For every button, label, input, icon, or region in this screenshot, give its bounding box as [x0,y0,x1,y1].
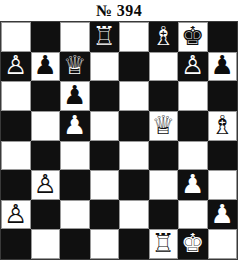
square-g1: ♚ [178,229,208,259]
square-b8 [31,22,61,52]
square-f6 [149,81,179,111]
square-c2 [60,200,90,230]
square-d2 [90,200,120,230]
black-pawn: ♙ [4,52,27,78]
square-e5 [119,111,149,141]
square-d6 [90,81,120,111]
square-f5: ♕ [149,111,179,141]
square-d3 [90,170,120,200]
square-h8 [208,22,238,52]
square-f4 [149,141,179,171]
square-c7: ♕ [60,52,90,82]
square-f1: ♖ [149,229,179,259]
square-e2 [119,200,149,230]
black-queen: ♕ [63,52,86,78]
black-king: ♚ [181,23,204,49]
square-h6 [208,81,238,111]
white-rook: ♖ [152,230,175,256]
chess-board: ♖♗♚♙♟♕♙♟♟♟♕♗♙♟♙♟♖♚ [0,21,238,260]
square-f3 [149,170,179,200]
square-c1 [60,229,90,259]
square-a7: ♙ [1,52,31,82]
square-a3 [1,170,31,200]
white-pawn: ♙ [34,171,57,197]
square-c4 [60,141,90,171]
square-g5 [178,111,208,141]
square-h2: ♟ [208,200,238,230]
square-h7: ♟ [208,52,238,82]
square-c8 [60,22,90,52]
black-pawn: ♟ [34,52,57,78]
square-e4 [119,141,149,171]
square-c5: ♟ [60,111,90,141]
square-c6: ♟ [60,81,90,111]
square-g6 [178,81,208,111]
square-d4 [90,141,120,171]
square-f2 [149,200,179,230]
chess-diagram-page: № 394 ♖♗♚♙♟♕♙♟♟♟♕♗♙♟♙♟♖♚ [0,0,238,261]
square-a6 [1,81,31,111]
square-g4 [178,141,208,171]
black-bishop: ♗ [152,23,175,49]
square-e1 [119,229,149,259]
square-d1 [90,229,120,259]
square-a2: ♙ [1,200,31,230]
white-pawn: ♙ [4,201,27,227]
square-a5 [1,111,31,141]
white-pawn: ♟ [181,171,204,197]
square-b4 [31,141,61,171]
diagram-number: № 394 [0,0,238,21]
square-e7 [119,52,149,82]
square-h4 [208,141,238,171]
square-b6 [31,81,61,111]
square-h5: ♗ [208,111,238,141]
black-pawn: ♟ [63,82,86,108]
white-queen: ♕ [152,112,175,138]
square-f7 [149,52,179,82]
white-pawn: ♟ [211,201,234,227]
square-b1 [31,229,61,259]
square-h3 [208,170,238,200]
square-f8: ♗ [149,22,179,52]
square-d5 [90,111,120,141]
square-g8: ♚ [178,22,208,52]
square-h1 [208,229,238,259]
square-e8 [119,22,149,52]
square-a1 [1,229,31,259]
square-d8: ♖ [90,22,120,52]
white-bishop: ♗ [211,112,234,138]
black-pawn: ♙ [181,52,204,78]
white-pawn: ♟ [63,112,86,138]
square-b3: ♙ [31,170,61,200]
square-g7: ♙ [178,52,208,82]
square-b7: ♟ [31,52,61,82]
square-a8 [1,22,31,52]
square-g2 [178,200,208,230]
square-g3: ♟ [178,170,208,200]
square-e3 [119,170,149,200]
white-king: ♚ [181,230,204,256]
square-e6 [119,81,149,111]
square-c3 [60,170,90,200]
square-a4 [1,141,31,171]
square-b5 [31,111,61,141]
square-d7 [90,52,120,82]
black-rook: ♖ [93,23,116,49]
square-b2 [31,200,61,230]
black-pawn: ♟ [211,52,234,78]
